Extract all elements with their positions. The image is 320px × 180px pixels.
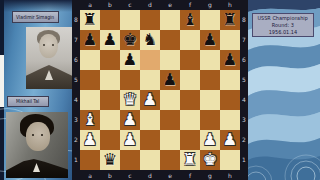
photo-simagin <box>26 27 72 89</box>
square-h1[interactable] <box>220 150 240 170</box>
square-g3[interactable] <box>200 110 220 130</box>
coordinate-label: e <box>160 171 180 180</box>
coordinate-label: 4 <box>72 90 80 110</box>
rank-labels-right: 87654321 <box>240 10 248 170</box>
white-rook: ♜ <box>180 150 200 170</box>
square-h8[interactable]: ♜ <box>220 10 240 30</box>
square-a3[interactable]: ♝ <box>80 110 100 130</box>
square-e2[interactable] <box>160 130 180 150</box>
event-info-box: USSR Championship Round: 3 1956.01.14 <box>252 13 314 37</box>
black-knight: ♞ <box>140 30 160 50</box>
square-a6[interactable] <box>80 50 100 70</box>
coordinate-label: f <box>180 171 200 180</box>
coordinate-label: 6 <box>72 50 80 70</box>
coordinate-label: c <box>120 0 140 9</box>
black-rook: ♜ <box>220 10 240 30</box>
white-bishop: ♝ <box>80 110 100 130</box>
white-king: ♚ <box>200 150 220 170</box>
player-name-bottom: Mikhail Tal <box>7 96 49 107</box>
square-e4[interactable] <box>160 90 180 110</box>
black-king: ♚ <box>120 30 140 50</box>
coordinate-label: a <box>80 171 100 180</box>
player-name-top: Vladimir Simagin <box>12 11 59 23</box>
square-a4[interactable] <box>80 90 100 110</box>
event-round: Round: 3 <box>272 22 294 28</box>
coordinate-label: 3 <box>240 110 248 130</box>
coordinate-label: 2 <box>72 130 80 150</box>
coordinate-label: 4 <box>240 90 248 110</box>
coordinate-label: 1 <box>72 150 80 170</box>
square-g2[interactable]: ♟ <box>200 130 220 150</box>
square-b1[interactable]: ♛ <box>100 150 120 170</box>
square-f4[interactable] <box>180 90 200 110</box>
square-c1[interactable] <box>120 150 140 170</box>
portrait-face <box>39 34 58 58</box>
photo-tal <box>6 112 68 178</box>
coordinate-label: 8 <box>72 10 80 30</box>
white-queen: ♛ <box>120 90 140 110</box>
coordinate-label: b <box>100 171 120 180</box>
white-pawn: ♟ <box>200 130 220 150</box>
black-pawn: ♟ <box>200 30 220 50</box>
square-b2[interactable] <box>100 130 120 150</box>
square-a7[interactable]: ♟ <box>80 30 100 50</box>
square-d7[interactable]: ♞ <box>140 30 160 50</box>
square-g6[interactable] <box>200 50 220 70</box>
players-panel: Vladimir Simagin Mikhail Tal <box>0 0 72 180</box>
portrait-eye <box>52 44 54 46</box>
square-c6[interactable]: ♟ <box>120 50 140 70</box>
square-h2[interactable]: ♟ <box>220 130 240 150</box>
white-pawn: ♟ <box>120 130 140 150</box>
coordinate-label: 2 <box>240 130 248 150</box>
player-name-bottom-label: Mikhail Tal <box>16 99 39 104</box>
square-d3[interactable] <box>140 110 160 130</box>
white-pawn: ♟ <box>140 90 160 110</box>
file-labels-bottom: abcdefgh <box>80 171 240 180</box>
black-pawn: ♟ <box>100 30 120 50</box>
coordinate-label: d <box>140 171 160 180</box>
square-c2[interactable]: ♟ <box>120 130 140 150</box>
screen-edge-strip <box>0 55 4 107</box>
square-h7[interactable] <box>220 30 240 50</box>
white-pawn: ♟ <box>220 130 240 150</box>
coordinate-label: 3 <box>72 110 80 130</box>
coordinate-label: 5 <box>72 70 80 90</box>
square-e7[interactable] <box>160 30 180 50</box>
coordinate-label: g <box>200 171 220 180</box>
coordinate-label: 8 <box>240 10 248 30</box>
white-pawn: ♟ <box>120 110 140 130</box>
file-labels-top: abcdefgh <box>80 0 240 9</box>
square-d2[interactable] <box>140 130 160 150</box>
square-a5[interactable] <box>80 70 100 90</box>
event-panel: USSR Championship Round: 3 1956.01.14 <box>248 0 320 180</box>
square-c3[interactable]: ♟ <box>120 110 140 130</box>
square-d6[interactable] <box>140 50 160 70</box>
square-d1[interactable] <box>140 150 160 170</box>
square-c4[interactable]: ♛ <box>120 90 140 110</box>
square-g1[interactable]: ♚ <box>200 150 220 170</box>
square-g5[interactable] <box>200 70 220 90</box>
square-a8[interactable]: ♜ <box>80 10 100 30</box>
square-b3[interactable] <box>100 110 120 130</box>
player-name-top-label: Vladimir Simagin <box>16 14 54 19</box>
square-h5[interactable] <box>220 70 240 90</box>
rank-labels-left: 87654321 <box>72 10 80 170</box>
coordinate-label: h <box>220 171 240 180</box>
square-b8[interactable] <box>100 10 120 30</box>
board-grid: ♜♝♜♟♟♚♞♟♟♟♟♛♟♝♟♟♟♟♟♛♜♚ <box>80 10 240 170</box>
square-b6[interactable] <box>100 50 120 70</box>
black-queen: ♛ <box>100 150 120 170</box>
square-e3[interactable] <box>160 110 180 130</box>
square-d8[interactable] <box>140 10 160 30</box>
black-pawn: ♟ <box>80 30 100 50</box>
square-a1[interactable] <box>80 150 100 170</box>
coordinate-label: b <box>100 0 120 9</box>
square-c7[interactable]: ♚ <box>120 30 140 50</box>
coordinate-label: g <box>200 0 220 9</box>
square-c5[interactable] <box>120 70 140 90</box>
square-e8[interactable] <box>160 10 180 30</box>
black-rook: ♜ <box>80 10 100 30</box>
portrait-face <box>26 122 50 151</box>
event-date: 1956.01.14 <box>269 29 297 35</box>
square-d4[interactable]: ♟ <box>140 90 160 110</box>
square-e5[interactable]: ♟ <box>160 70 180 90</box>
coordinate-label: 6 <box>240 50 248 70</box>
square-f1[interactable]: ♜ <box>180 150 200 170</box>
square-g7[interactable]: ♟ <box>200 30 220 50</box>
square-f8[interactable]: ♝ <box>180 10 200 30</box>
portrait-eye <box>43 44 45 46</box>
video-frame: Vladimir Simagin Mikhail Tal abcdefgh 87… <box>0 0 320 180</box>
coordinate-label: 7 <box>72 30 80 50</box>
square-b5[interactable] <box>100 70 120 90</box>
square-g8[interactable] <box>200 10 220 30</box>
coordinate-label: a <box>80 0 100 9</box>
square-h4[interactable] <box>220 90 240 110</box>
square-h6[interactable]: ♟ <box>220 50 240 70</box>
coordinate-label: 7 <box>240 30 248 50</box>
screen-edge-strip <box>0 0 4 55</box>
square-f3[interactable] <box>180 110 200 130</box>
event-name: USSR Championship <box>258 15 308 21</box>
square-b7[interactable]: ♟ <box>100 30 120 50</box>
black-pawn: ♟ <box>220 50 240 70</box>
square-a2[interactable]: ♟ <box>80 130 100 150</box>
coordinate-label: d <box>140 0 160 9</box>
square-f2[interactable] <box>180 130 200 150</box>
chess-board: abcdefgh 87654321 ♜♝♜♟♟♚♞♟♟♟♟♛♟♝♟♟♟♟♟♛♜♚… <box>72 0 248 180</box>
white-pawn: ♟ <box>80 130 100 150</box>
coordinate-label: f <box>180 0 200 9</box>
square-d5[interactable] <box>140 70 160 90</box>
square-b4[interactable] <box>100 90 120 110</box>
square-e6[interactable] <box>160 50 180 70</box>
coordinate-label: c <box>120 171 140 180</box>
square-c8[interactable] <box>120 10 140 30</box>
square-e1[interactable] <box>160 150 180 170</box>
black-pawn: ♟ <box>120 50 140 70</box>
coordinate-label: e <box>160 0 180 9</box>
black-bishop: ♝ <box>180 10 200 30</box>
black-pawn: ♟ <box>160 70 180 90</box>
coordinate-label: 5 <box>240 70 248 90</box>
square-f6[interactable] <box>180 50 200 70</box>
coordinate-label: 1 <box>240 150 248 170</box>
square-g4[interactable] <box>200 90 220 110</box>
square-f7[interactable] <box>180 30 200 50</box>
coordinate-label: h <box>220 0 240 9</box>
square-h3[interactable] <box>220 110 240 130</box>
square-f5[interactable] <box>180 70 200 90</box>
